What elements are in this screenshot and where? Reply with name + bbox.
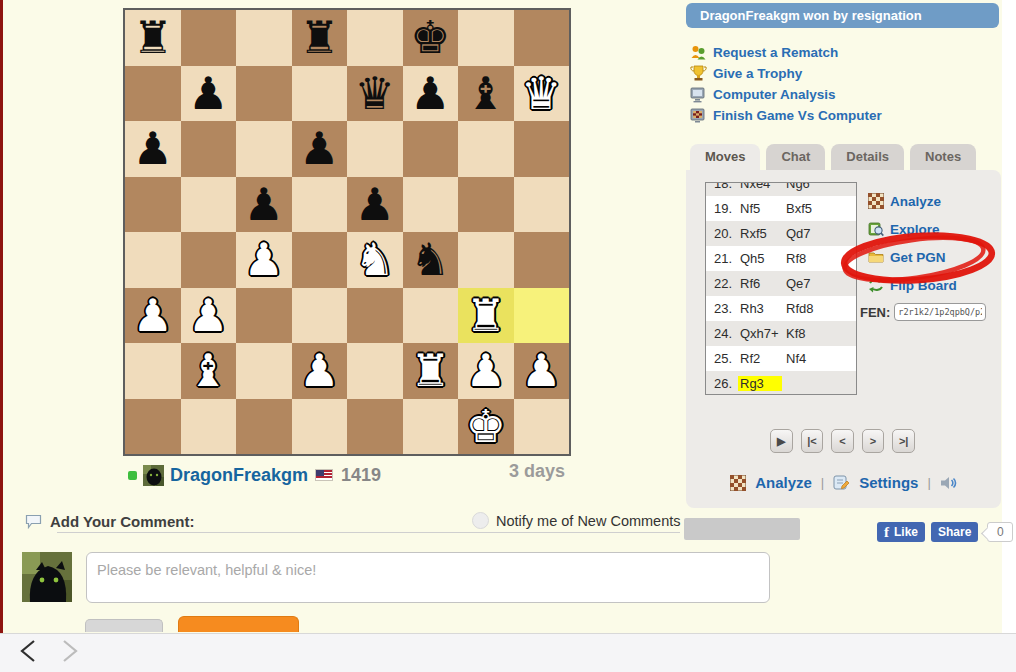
- black-bishop-piece: ♝: [458, 66, 514, 122]
- square-g3-wr[interactable]: ♜: [458, 288, 514, 344]
- move-number: 25.: [706, 351, 740, 366]
- fb-like-button[interactable]: f Like: [877, 522, 925, 542]
- white-move[interactable]: Nf5: [740, 201, 786, 216]
- square-b4[interactable]: [181, 232, 237, 288]
- square-g7-bb[interactable]: ♝: [458, 66, 514, 122]
- square-e6[interactable]: [347, 121, 403, 177]
- give-trophy-link[interactable]: Give a Trophy: [690, 64, 802, 82]
- square-h4[interactable]: [514, 232, 570, 288]
- white-pawn-piece: ♟: [236, 232, 292, 288]
- black-king-piece: ♚: [403, 10, 459, 66]
- white-pawn-piece: ♟: [514, 343, 570, 399]
- square-b6[interactable]: [181, 121, 237, 177]
- black-rook-piece: ♜: [292, 10, 348, 66]
- square-b7-bp[interactable]: ♟: [181, 66, 237, 122]
- square-f4-bn[interactable]: ♞: [403, 232, 459, 288]
- square-d5[interactable]: [292, 177, 348, 233]
- black-move[interactable]: Nf4: [786, 351, 856, 366]
- square-h7-wq[interactable]: ♛: [514, 66, 570, 122]
- white-queen-piece: ♛: [514, 66, 570, 122]
- square-b8[interactable]: [181, 10, 237, 66]
- move-navigation: ▶ |< < > >|: [770, 429, 915, 453]
- square-h6[interactable]: [514, 121, 570, 177]
- move-row-24[interactable]: 24.Qxh7+Kf8: [706, 321, 856, 346]
- white-pawn-piece: ♟: [458, 343, 514, 399]
- white-king-piece: ♚: [458, 399, 514, 455]
- get-pgn-link[interactable]: Get PGN: [868, 248, 946, 266]
- black-knight-piece: ♞: [403, 232, 459, 288]
- square-d8-br[interactable]: ♜: [292, 10, 348, 66]
- square-h2-wp[interactable]: ♟: [514, 343, 570, 399]
- analyze-board-icon: [730, 475, 746, 491]
- white-rook-piece: ♜: [458, 288, 514, 344]
- white-move[interactable]: Rf2: [740, 351, 786, 366]
- move-row-25[interactable]: 25.Rf2Nf4: [706, 346, 856, 371]
- move-row-23[interactable]: 23.Rh3Rfd8: [706, 296, 856, 321]
- white-pawn-piece: ♟: [125, 288, 181, 344]
- square-e8[interactable]: [347, 10, 403, 66]
- square-b1[interactable]: [181, 399, 237, 455]
- square-f7-bp[interactable]: ♟: [403, 66, 459, 122]
- square-h5[interactable]: [514, 177, 570, 233]
- white-move[interactable]: Rf6: [740, 276, 786, 291]
- next-move-button[interactable]: >: [862, 429, 885, 453]
- request-rematch-link[interactable]: Request a Rematch: [690, 43, 838, 61]
- computer-icon: [690, 86, 707, 103]
- settings-icon: [833, 474, 850, 491]
- white-move[interactable]: Qxh7+: [740, 326, 786, 341]
- square-f5[interactable]: [403, 177, 459, 233]
- black-move[interactable]: Qd7: [786, 226, 856, 241]
- square-h8[interactable]: [514, 10, 570, 66]
- square-h1[interactable]: [514, 399, 570, 455]
- black-move[interactable]: Bxf5: [786, 201, 856, 216]
- move-number: 19.: [706, 201, 740, 216]
- square-a2[interactable]: [125, 343, 181, 399]
- tab-bar: Moves Chat Details Notes: [690, 144, 976, 170]
- post-comment-button-partial[interactable]: [178, 616, 299, 632]
- current-move-highlight[interactable]: Rg3: [738, 376, 782, 391]
- square-a3-wp[interactable]: ♟: [125, 288, 181, 344]
- bottom-navigation-bar: [0, 633, 1016, 672]
- square-c8[interactable]: [236, 10, 292, 66]
- black-rook-piece: ♜: [125, 10, 181, 66]
- square-d2-wp[interactable]: ♟: [292, 343, 348, 399]
- white-pawn-piece: ♟: [292, 343, 348, 399]
- flip-board-link[interactable]: Flip Board: [868, 276, 957, 294]
- time-remaining: 3 days: [128, 461, 565, 482]
- square-g1-wk[interactable]: ♚: [458, 399, 514, 455]
- square-a4[interactable]: [125, 232, 181, 288]
- black-move[interactable]: Ng6: [786, 182, 856, 191]
- square-e5-bp[interactable]: ♟: [347, 177, 403, 233]
- square-c6[interactable]: [236, 121, 292, 177]
- facebook-icon: f: [884, 524, 889, 541]
- square-e2[interactable]: [347, 343, 403, 399]
- square-g4[interactable]: [458, 232, 514, 288]
- comment-header: Add Your Comment:: [25, 513, 194, 530]
- gray-placeholder-bar: [684, 518, 800, 540]
- facebook-row: f Like Share 0: [877, 522, 1013, 542]
- last-move-button[interactable]: >|: [892, 429, 915, 453]
- pgn-folder-icon: [868, 249, 884, 265]
- square-g5[interactable]: [458, 177, 514, 233]
- square-a1[interactable]: [125, 399, 181, 455]
- white-move[interactable]: Qh5: [740, 251, 786, 266]
- trophy-icon: [690, 65, 707, 82]
- move-row-19[interactable]: 19.Nf5Bxf5: [706, 196, 856, 221]
- move-number: 21.: [706, 251, 740, 266]
- black-pawn-piece: ♟: [125, 121, 181, 177]
- game-result-banner: DragonFreakgm won by resignation: [686, 3, 999, 28]
- square-h3[interactable]: [514, 288, 570, 344]
- tab-chat[interactable]: Chat: [766, 144, 825, 170]
- square-a8-br[interactable]: ♜: [125, 10, 181, 66]
- square-g6[interactable]: [458, 121, 514, 177]
- move-number: 26.: [706, 376, 740, 391]
- square-a5[interactable]: [125, 177, 181, 233]
- flip-board-icon: [868, 277, 884, 293]
- rematch-icon: [690, 44, 707, 61]
- notify-label: Notify me of New Comments: [496, 513, 681, 529]
- black-pawn-piece: ♟: [292, 121, 348, 177]
- move-number: 24.: [706, 326, 740, 341]
- tab-details[interactable]: Details: [831, 144, 904, 170]
- square-c5-bp[interactable]: ♟: [236, 177, 292, 233]
- first-move-button[interactable]: |<: [801, 429, 824, 453]
- square-d7[interactable]: [292, 66, 348, 122]
- black-move[interactable]: Rf8: [786, 251, 856, 266]
- square-g2-wp[interactable]: ♟: [458, 343, 514, 399]
- move-number: 20.: [706, 226, 740, 241]
- square-b3-wp[interactable]: ♟: [181, 288, 237, 344]
- forward-arrow-icon[interactable]: [58, 638, 82, 664]
- prev-move-button[interactable]: <: [831, 429, 854, 453]
- fen-row: FEN:: [860, 303, 986, 321]
- white-bishop-piece: ♝: [181, 343, 237, 399]
- comment-title: Add Your Comment:: [50, 513, 194, 530]
- black-move[interactable]: Kf8: [786, 326, 856, 341]
- commenter-avatar[interactable]: [22, 552, 72, 602]
- analyze-board-icon: [868, 193, 884, 209]
- square-f8-bk[interactable]: ♚: [403, 10, 459, 66]
- computer-analysis-link[interactable]: Computer Analysis: [690, 85, 836, 103]
- square-f6[interactable]: [403, 121, 459, 177]
- notify-checkbox[interactable]: [472, 512, 489, 529]
- square-c7[interactable]: [236, 66, 292, 122]
- square-e7-bq[interactable]: ♛: [347, 66, 403, 122]
- square-f1[interactable]: [403, 399, 459, 455]
- square-d4[interactable]: [292, 232, 348, 288]
- back-arrow-icon[interactable]: [16, 638, 40, 664]
- analyze-footer-link[interactable]: Analyze: [755, 474, 812, 491]
- square-d6-bp[interactable]: ♟: [292, 121, 348, 177]
- square-e3[interactable]: [347, 288, 403, 344]
- square-d3[interactable]: [292, 288, 348, 344]
- speaker-icon[interactable]: [940, 475, 958, 491]
- finish-vs-computer-link[interactable]: Finish Game Vs Computer: [690, 106, 882, 124]
- square-d1[interactable]: [292, 399, 348, 455]
- black-pawn-piece: ♟: [181, 66, 237, 122]
- play-button[interactable]: ▶: [770, 429, 793, 453]
- fb-share-button[interactable]: Share: [931, 522, 978, 542]
- computer-board-icon: [690, 107, 707, 124]
- window-edge-strip: [0, 0, 3, 633]
- black-move[interactable]: Rfd8: [786, 301, 856, 316]
- notify-row: Notify me of New Comments: [472, 512, 681, 529]
- move-number: 23.: [706, 301, 740, 316]
- fb-like-count: 0: [987, 522, 1013, 542]
- square-c1[interactable]: [236, 399, 292, 455]
- black-pawn-piece: ♟: [236, 177, 292, 233]
- square-c3[interactable]: [236, 288, 292, 344]
- cancel-button-partial[interactable]: [85, 619, 163, 632]
- white-move[interactable]: Rxf5: [740, 226, 786, 241]
- move-number: 18.: [706, 182, 740, 191]
- square-e1[interactable]: [347, 399, 403, 455]
- move-number: 22.: [706, 276, 740, 291]
- square-a6-bp[interactable]: ♟: [125, 121, 181, 177]
- speech-bubble-icon: [25, 514, 42, 529]
- black-pawn-piece: ♟: [347, 177, 403, 233]
- move-row-18[interactable]: 18.Nxe4Ng6: [706, 182, 856, 196]
- square-a7[interactable]: [125, 66, 181, 122]
- settings-link[interactable]: Settings: [859, 474, 918, 491]
- black-move[interactable]: Qe7: [786, 276, 856, 291]
- panel-footer: Analyze | Settings |: [700, 474, 988, 491]
- square-b2-wb[interactable]: ♝: [181, 343, 237, 399]
- divider: [57, 532, 680, 533]
- square-f3[interactable]: [403, 288, 459, 344]
- move-row-21[interactable]: 21.Qh5Rf8: [706, 246, 856, 271]
- tab-notes[interactable]: Notes: [910, 144, 976, 170]
- square-c4-wp[interactable]: ♟: [236, 232, 292, 288]
- fen-label: FEN:: [860, 305, 890, 320]
- black-queen-piece: ♛: [347, 66, 403, 122]
- comment-input[interactable]: [86, 552, 770, 603]
- move-row-20[interactable]: 20.Rxf5Qd7: [706, 221, 856, 246]
- square-e4-wn[interactable]: ♞: [347, 232, 403, 288]
- square-b5[interactable]: [181, 177, 237, 233]
- fen-input[interactable]: [894, 303, 986, 321]
- chess-board[interactable]: ♜♜♚♟♛♟♝♛♟♟♟♟♟♞♞♟♟♜♝♟♜♟♟♚: [123, 8, 571, 456]
- square-g8[interactable]: [458, 10, 514, 66]
- move-row-26[interactable]: 26.Rg3: [706, 371, 856, 395]
- square-f2-wr[interactable]: ♜: [403, 343, 459, 399]
- move-list[interactable]: 18.Nxe4Ng619.Nf5Bxf520.Rxf5Qd721.Qh5Rf82…: [705, 182, 857, 395]
- white-rook-piece: ♜: [403, 343, 459, 399]
- white-move[interactable]: Rh3: [740, 301, 786, 316]
- square-c2[interactable]: [236, 343, 292, 399]
- explore-icon: [868, 221, 884, 237]
- black-pawn-piece: ♟: [403, 66, 459, 122]
- white-pawn-piece: ♟: [181, 288, 237, 344]
- white-move[interactable]: Nxe4: [740, 182, 786, 191]
- white-move[interactable]: Rg3: [740, 376, 786, 391]
- move-row-22[interactable]: 22.Rf6Qe7: [706, 271, 856, 296]
- white-knight-piece: ♞: [347, 232, 403, 288]
- analyze-link[interactable]: Analyze: [868, 192, 941, 210]
- tab-moves[interactable]: Moves: [690, 144, 760, 170]
- explore-link[interactable]: Explore: [868, 220, 940, 238]
